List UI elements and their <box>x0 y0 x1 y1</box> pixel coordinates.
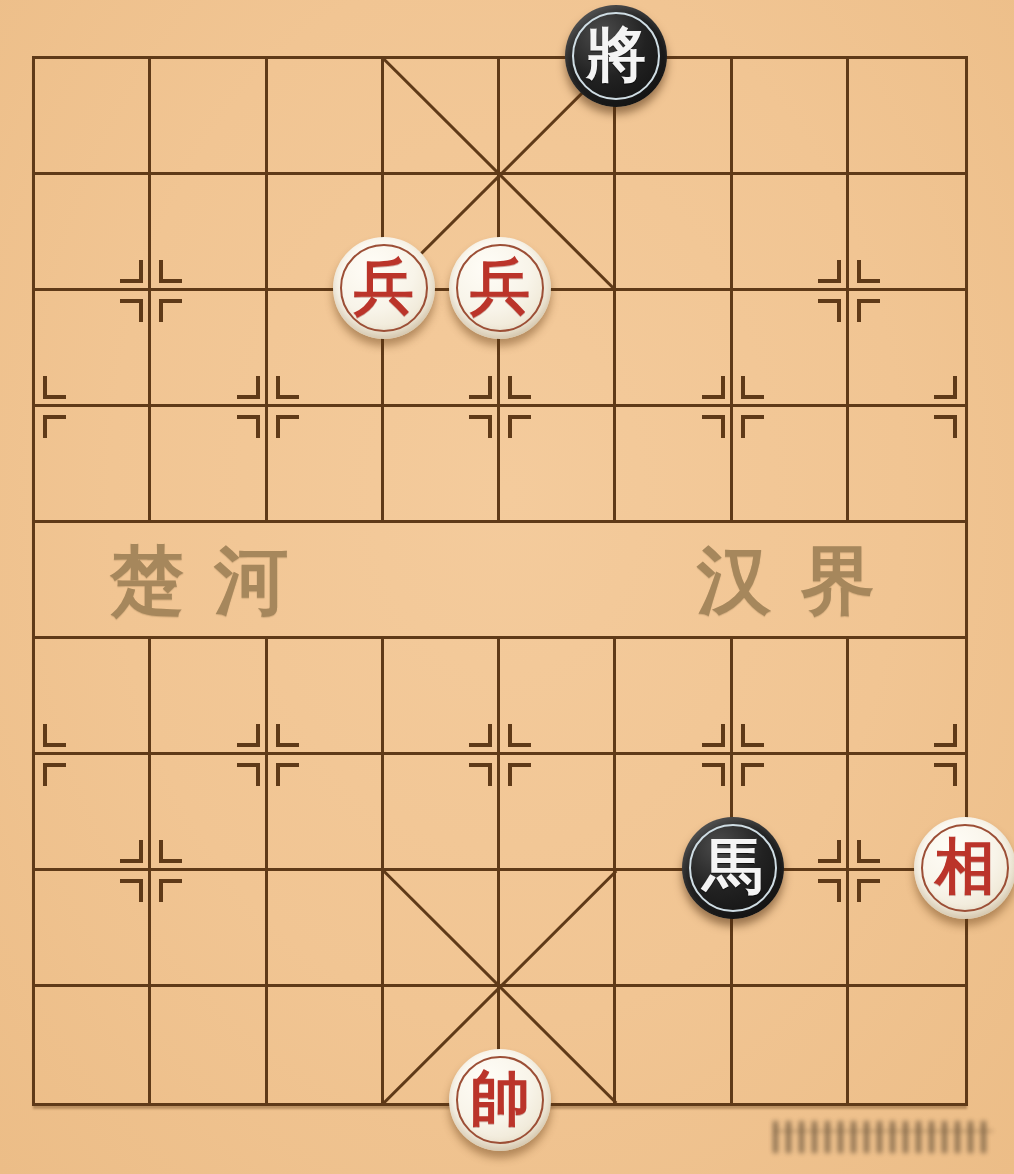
piece-glyph: 馬 <box>703 837 763 897</box>
piece-black-general[interactable]: 將 <box>565 5 667 107</box>
piece-red-general[interactable]: 帥 <box>449 1049 551 1151</box>
xiangqi-board: 楚河 汉界 將兵兵馬相帥 <box>35 59 965 1103</box>
watermark <box>773 1121 993 1153</box>
piece-red-soldier[interactable]: 兵 <box>449 237 551 339</box>
piece-black-horse[interactable]: 馬 <box>682 817 784 919</box>
piece-red-elephant[interactable]: 相 <box>914 817 1014 919</box>
piece-glyph: 將 <box>586 25 646 85</box>
piece-glyph: 帥 <box>470 1069 530 1129</box>
pieces-layer: 將兵兵馬相帥 <box>35 59 965 1103</box>
piece-glyph: 相 <box>935 837 995 897</box>
piece-glyph: 兵 <box>354 257 414 317</box>
piece-glyph: 兵 <box>470 257 530 317</box>
piece-red-soldier[interactable]: 兵 <box>333 237 435 339</box>
